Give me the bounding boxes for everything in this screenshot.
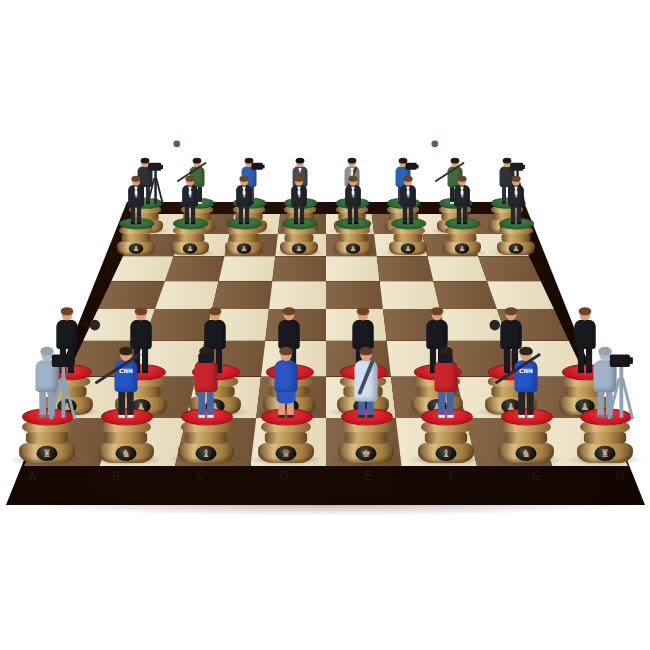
bishop-emblem-icon: ♝	[202, 448, 211, 459]
figure-jacket	[195, 360, 218, 392]
rook-emblem-icon: ♜	[601, 448, 610, 459]
figure-hair	[431, 307, 443, 315]
base-waist	[105, 431, 147, 443]
hand-mic-icon	[406, 190, 409, 195]
king-emblem-icon: ♚	[361, 448, 370, 459]
hand-mic-icon	[134, 190, 137, 195]
base-waist	[265, 431, 307, 443]
base-emblem: ♜	[595, 445, 616, 460]
pawn-emblem-icon: ♟	[133, 245, 139, 252]
tv-camera-icon	[51, 354, 71, 366]
knight-emblem-icon: ♞	[521, 448, 530, 459]
piece-black-pawn-e7[interactable]: ♟	[324, 157, 383, 255]
boom-mic-icon	[431, 140, 438, 147]
hand-mic-icon	[298, 190, 301, 195]
photo-camera-icon	[438, 353, 452, 363]
figure-hair	[519, 346, 532, 355]
base-waist	[345, 431, 387, 443]
tripod-pole-icon	[620, 364, 624, 418]
base-emblem: ♟	[346, 243, 360, 253]
base-waist	[447, 233, 476, 242]
base-waist	[176, 233, 205, 242]
piece-black-pawn-c7[interactable]: ♟	[215, 157, 274, 255]
base-waist	[425, 431, 467, 443]
figure-hair	[120, 346, 133, 355]
figure-hair	[403, 176, 412, 182]
base-emblem: ♛	[276, 445, 297, 460]
pawn-emblem-icon: ♟	[187, 245, 193, 252]
figure-hair	[283, 307, 295, 315]
figure-hair	[240, 176, 249, 182]
piece-black-pawn-g7[interactable]: ♟	[432, 157, 491, 255]
base-emblem: ♞	[515, 445, 536, 460]
base-emblem: ♟	[183, 243, 197, 253]
pawn-emblem-icon: ♟	[459, 245, 465, 252]
pieces-layer: ♜♞♝♛♚♝♞♜♟♟♟♟♟♟♟♟♟♟♟♟♟♟♟♟♜♞CNN♝♛♚♝♞CNN♜	[0, 0, 650, 650]
tripod-pole-icon	[61, 364, 65, 418]
base-emblem: ♟	[455, 243, 469, 253]
piece-white-king-e1[interactable]: ♚	[323, 319, 409, 463]
piece-black-pawn-b7[interactable]: ♟	[161, 157, 220, 255]
base-emblem: ♟	[400, 243, 414, 253]
base-waist	[284, 233, 313, 242]
figure-hair	[512, 176, 521, 182]
figure-hair	[357, 307, 369, 315]
photo-camera-icon	[199, 353, 213, 363]
figure-hair	[579, 307, 591, 315]
base-waist	[502, 233, 531, 242]
piece-black-pawn-f7[interactable]: ♟	[378, 157, 437, 255]
boom-mic-icon	[90, 319, 101, 330]
figure-hair	[209, 307, 221, 315]
page-background: { "game": "chess", "set_theme": "Press /…	[0, 0, 650, 650]
piece-black-pawn-a7[interactable]: ♟	[106, 157, 165, 255]
base-emblem: ♟	[129, 243, 143, 253]
rook-emblem-icon: ♜	[42, 448, 51, 459]
figure-hair	[349, 176, 358, 182]
pawn-emblem-icon: ♟	[296, 245, 302, 252]
figure-hair	[40, 346, 53, 355]
hand-mic-icon	[352, 190, 355, 195]
base-waist	[26, 431, 68, 443]
piece-white-bishop-c1[interactable]: ♝	[163, 319, 249, 463]
figure-jacket	[275, 360, 298, 392]
pawn-emblem-icon: ♟	[241, 245, 247, 252]
base-waist	[584, 431, 626, 443]
figure-hair	[359, 346, 372, 355]
piece-white-knight-g1[interactable]: ♞CNN	[482, 319, 568, 463]
hand-mic-icon	[515, 190, 518, 195]
boom-mic-icon	[489, 319, 500, 330]
piece-white-queen-d1[interactable]: ♛	[243, 319, 329, 463]
base-emblem: ♚	[355, 445, 376, 460]
base-waist	[504, 431, 546, 443]
piece-white-rook-a1[interactable]: ♜	[3, 319, 89, 463]
queen-emblem-icon: ♛	[281, 448, 290, 459]
boom-mic-icon	[173, 140, 180, 147]
chess-set-photo: ABCDEFGH1122334455667788 ♜♞♝♛♚♝♞♜♟♟♟♟♟♟♟…	[0, 0, 650, 650]
figure-hair	[505, 307, 517, 315]
knight-emblem-icon: ♞	[122, 448, 131, 459]
figure-jacket	[434, 360, 457, 392]
figure-hair	[61, 307, 73, 315]
camera-lens-icon	[628, 357, 633, 364]
piece-white-bishop-f1[interactable]: ♝	[402, 319, 488, 463]
bishop-emblem-icon: ♝	[441, 448, 450, 459]
piece-white-rook-h1[interactable]: ♜	[562, 319, 648, 463]
base-waist	[339, 233, 368, 242]
figure-hair	[294, 176, 303, 182]
base-waist	[230, 233, 259, 242]
figure-hair	[457, 176, 466, 182]
hand-mic-icon	[461, 190, 464, 195]
piece-black-pawn-d7[interactable]: ♟	[269, 157, 328, 255]
figure-hair	[279, 346, 292, 355]
base-emblem: ♝	[435, 445, 456, 460]
figure-hair	[131, 176, 140, 182]
figure-hair	[186, 176, 195, 182]
pawn-emblem-icon: ♟	[513, 245, 519, 252]
base-waist	[121, 233, 150, 242]
base-emblem: ♟	[509, 243, 523, 253]
hand-mic-icon	[189, 190, 192, 195]
camera-lens-icon	[70, 357, 75, 364]
piece-black-pawn-h7[interactable]: ♟	[487, 157, 546, 255]
pawn-emblem-icon: ♟	[404, 245, 410, 252]
base-waist	[393, 233, 422, 242]
base-emblem: ♞	[116, 445, 137, 460]
base-emblem: ♜	[36, 445, 57, 460]
pawn-emblem-icon: ♟	[350, 245, 356, 252]
base-emblem: ♟	[292, 243, 306, 253]
base-emblem: ♝	[196, 445, 217, 460]
piece-white-knight-b1[interactable]: ♞CNN	[83, 319, 169, 463]
base-waist	[185, 431, 227, 443]
figure-hair	[135, 307, 147, 315]
